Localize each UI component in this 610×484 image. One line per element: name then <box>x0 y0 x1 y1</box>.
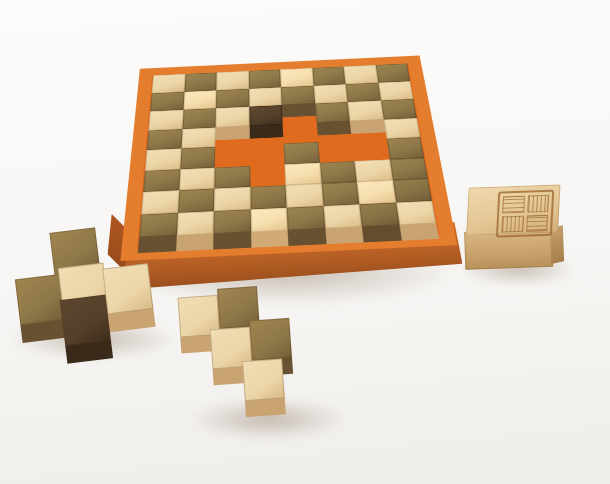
seal-stamp-icon <box>496 190 554 238</box>
board-cube-r7c4[interactable] <box>250 185 287 209</box>
board-cell-empty-r4c6 <box>316 121 352 142</box>
board-cube-r5c1[interactable] <box>145 148 181 170</box>
board-cube-r6c8[interactable] <box>389 157 428 180</box>
piece-left-cube[interactable] <box>15 274 66 325</box>
board-cube-r4c2[interactable] <box>181 127 216 148</box>
board-cube-r5c5[interactable] <box>284 142 320 164</box>
board-cube-r1c3[interactable] <box>216 71 248 90</box>
loose-cube-top-face <box>466 184 560 235</box>
loose-cube[interactable] <box>462 182 569 278</box>
board-cube-r8c5[interactable] <box>287 206 325 231</box>
board-cell-empty-r5c3 <box>215 145 250 167</box>
board-cube-r7c1[interactable] <box>141 190 179 214</box>
board-cell-empty-r3c5 <box>282 104 316 124</box>
board-cube-r6c3[interactable] <box>214 166 250 189</box>
board-cube-r1c4[interactable] <box>248 69 281 88</box>
board-cube-r1c5[interactable] <box>280 68 313 87</box>
board-cube-r3c7[interactable] <box>348 100 384 120</box>
board-cube-r6c6[interactable] <box>319 161 356 184</box>
piece-left-cube[interactable] <box>60 295 111 346</box>
board-cell-empty-r4c5 <box>283 122 318 143</box>
board-cube-r8c7[interactable] <box>359 202 399 227</box>
board-cube-r3c4[interactable] <box>249 105 283 125</box>
board-cube-r7c5[interactable] <box>286 184 323 208</box>
piece-center-cube[interactable] <box>249 318 292 361</box>
board-cube-r7c3[interactable] <box>214 187 250 211</box>
board-cell-empty-r5c6 <box>318 140 355 162</box>
board-cube-r6c5[interactable] <box>285 162 322 185</box>
board-cube-r4c8[interactable] <box>383 118 420 139</box>
board-cube-r6c7[interactable] <box>354 159 392 182</box>
board-cube-r1c6[interactable] <box>312 66 346 85</box>
board-cell-empty-r4c7 <box>350 119 386 140</box>
board-cell-empty-r6c4 <box>250 164 286 187</box>
board-cube-r7c2[interactable] <box>178 189 215 213</box>
board-cube-r2c4[interactable] <box>249 87 282 107</box>
board-cube-r3c1[interactable] <box>148 110 183 131</box>
board-cube-r2c7[interactable] <box>346 82 381 102</box>
board-cube-r8c4[interactable] <box>250 207 287 232</box>
board-cube-r3c6[interactable] <box>315 102 350 122</box>
scene <box>0 0 610 484</box>
board-cube-r1c8[interactable] <box>375 63 410 82</box>
board-cube-r1c7[interactable] <box>344 65 378 84</box>
board-cell-empty-r4c3 <box>215 126 249 147</box>
board-cube-r4c1[interactable] <box>147 129 182 150</box>
board-cube-r6c2[interactable] <box>179 167 215 190</box>
board-cube-r7c8[interactable] <box>392 178 432 202</box>
board-cube-r2c8[interactable] <box>378 81 414 101</box>
board-cube-r2c5[interactable] <box>281 85 315 105</box>
board-cube-r3c8[interactable] <box>380 99 416 119</box>
board-cube-r8c2[interactable] <box>176 211 214 236</box>
board-cube-r2c1[interactable] <box>150 92 184 112</box>
board-cube-r7c7[interactable] <box>357 180 396 204</box>
board-cube-r3c3[interactable] <box>216 107 250 127</box>
board-cell-empty-r5c4 <box>249 144 284 166</box>
board-cube-r8c6[interactable] <box>323 204 362 229</box>
piece-center-cube[interactable] <box>242 358 285 401</box>
board-cube-r6c1[interactable] <box>143 169 180 192</box>
board-cube-r2c3[interactable] <box>216 88 249 108</box>
board-cell-empty-r5c7 <box>352 139 389 161</box>
board-cube-r3c2[interactable] <box>182 108 216 129</box>
board-cube-r7c6[interactable] <box>321 182 359 206</box>
board-cube-r2c6[interactable] <box>313 84 347 104</box>
board-cube-r8c3[interactable] <box>213 209 250 234</box>
board-cube-r2c2[interactable] <box>183 90 216 110</box>
board-cube-r5c2[interactable] <box>180 147 215 169</box>
board-cell-empty-r4c4 <box>249 124 283 145</box>
piece-left-cube[interactable] <box>102 263 153 314</box>
board-grid <box>120 55 457 261</box>
board-cube-r1c2[interactable] <box>184 72 217 91</box>
piece-left[interactable] <box>5 217 182 385</box>
board-cube-r5c8[interactable] <box>386 137 424 159</box>
board-cube-r8c8[interactable] <box>396 200 437 225</box>
piece-center[interactable] <box>175 279 345 440</box>
board-cube-r1c1[interactable] <box>152 74 185 93</box>
